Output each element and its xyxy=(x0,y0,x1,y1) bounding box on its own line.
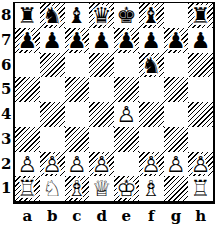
piece-black-knight[interactable]: ♞♞ xyxy=(139,53,164,78)
square-f2[interactable]: ♟♙ xyxy=(139,152,164,177)
board-with-rank-labels: 87654321 ♜♜♞♞♝♝♛♛♚♚♝♝♜♜♟♟♟♟♟♟♟♟♟♟♟♟♟♟♟♟♞… xyxy=(0,2,215,204)
piece-glyph-layer: ♝ xyxy=(65,3,90,28)
piece-white-king[interactable]: ♚♔ xyxy=(114,176,139,201)
piece-white-pawn[interactable]: ♟♙ xyxy=(65,152,90,177)
rank-label-8: 8 xyxy=(0,3,13,28)
square-h2[interactable]: ♟♙ xyxy=(188,152,213,177)
square-h4[interactable] xyxy=(188,102,213,127)
piece-glyph-layer: ♘ xyxy=(40,176,65,201)
square-f6[interactable]: ♞♞ xyxy=(139,53,164,78)
square-e7[interactable]: ♟♟ xyxy=(114,28,139,53)
piece-white-pawn[interactable]: ♟♙ xyxy=(139,152,164,177)
piece-glyph-layer: ♟ xyxy=(114,28,139,53)
square-d8[interactable]: ♛♛ xyxy=(89,3,114,28)
piece-glyph-layer: ♙ xyxy=(40,152,65,177)
square-a8[interactable]: ♜♜ xyxy=(15,3,40,28)
square-b1[interactable]: ♞♘ xyxy=(40,176,65,201)
piece-glyph-layer: ♗ xyxy=(139,176,164,201)
file-label-c: c xyxy=(65,207,90,225)
piece-black-pawn[interactable]: ♟♟ xyxy=(89,28,114,53)
square-b8[interactable]: ♞♞ xyxy=(40,3,65,28)
square-c3[interactable] xyxy=(65,127,90,152)
piece-glyph-layer: ♟ xyxy=(164,28,189,53)
rank-label-5: 5 xyxy=(0,77,13,102)
piece-white-pawn[interactable]: ♟♙ xyxy=(89,152,114,177)
piece-glyph-layer: ♛ xyxy=(89,3,114,28)
square-c4[interactable] xyxy=(65,102,90,127)
piece-glyph-layer: ♙ xyxy=(114,102,139,127)
piece-glyph-layer: ♙ xyxy=(89,152,114,177)
square-b2[interactable]: ♟♙ xyxy=(40,152,65,177)
file-label-h: h xyxy=(188,207,213,225)
square-a1[interactable]: ♜♖ xyxy=(15,176,40,201)
chess-diagram: 87654321 ♜♜♞♞♝♝♛♛♚♚♝♝♜♜♟♟♟♟♟♟♟♟♟♟♟♟♟♟♟♟♞… xyxy=(0,0,223,226)
square-g1[interactable] xyxy=(164,176,189,201)
piece-glyph-layer: ♟ xyxy=(89,28,114,53)
square-e1[interactable]: ♚♔ xyxy=(114,176,139,201)
square-a7[interactable]: ♟♟ xyxy=(15,28,40,53)
square-e4[interactable]: ♟♙ xyxy=(114,102,139,127)
piece-glyph-layer: ♙ xyxy=(188,152,213,177)
square-f3[interactable] xyxy=(139,127,164,152)
square-g4[interactable] xyxy=(164,102,189,127)
square-c5[interactable] xyxy=(65,77,90,102)
square-d7[interactable]: ♟♟ xyxy=(89,28,114,53)
piece-white-bishop[interactable]: ♝♗ xyxy=(139,176,164,201)
piece-glyph-layer: ♗ xyxy=(65,176,90,201)
piece-white-queen[interactable]: ♛♕ xyxy=(89,176,114,201)
square-a4[interactable] xyxy=(15,102,40,127)
piece-glyph-layer: ♟ xyxy=(40,28,65,53)
piece-black-queen[interactable]: ♛♛ xyxy=(89,3,114,28)
square-e8[interactable]: ♚♚ xyxy=(114,3,139,28)
piece-glyph-layer: ♙ xyxy=(65,152,90,177)
piece-black-pawn[interactable]: ♟♟ xyxy=(164,28,189,53)
square-a5[interactable] xyxy=(15,77,40,102)
square-d2[interactable]: ♟♙ xyxy=(89,152,114,177)
piece-glyph-layer: ♜ xyxy=(15,3,40,28)
square-f4[interactable] xyxy=(139,102,164,127)
file-label-b: b xyxy=(40,207,65,225)
rank-label-4: 4 xyxy=(0,102,13,127)
piece-black-pawn[interactable]: ♟♟ xyxy=(40,28,65,53)
square-h1[interactable]: ♜♖ xyxy=(188,176,213,201)
square-f7[interactable]: ♟♟ xyxy=(139,28,164,53)
square-f1[interactable]: ♝♗ xyxy=(139,176,164,201)
piece-black-rook[interactable]: ♜♜ xyxy=(188,3,213,28)
square-h8[interactable]: ♜♜ xyxy=(188,3,213,28)
square-a6[interactable] xyxy=(15,53,40,78)
piece-glyph-layer: ♙ xyxy=(15,152,40,177)
rank-label-7: 7 xyxy=(0,28,13,53)
piece-black-king[interactable]: ♚♚ xyxy=(114,3,139,28)
chess-board: ♜♜♞♞♝♝♛♛♚♚♝♝♜♜♟♟♟♟♟♟♟♟♟♟♟♟♟♟♟♟♞♞♟♙♟♙♟♙♟♙… xyxy=(13,2,215,204)
piece-black-pawn[interactable]: ♟♟ xyxy=(114,28,139,53)
square-e2[interactable] xyxy=(114,152,139,177)
square-c6[interactable] xyxy=(65,53,90,78)
piece-glyph-layer: ♞ xyxy=(40,3,65,28)
square-c1[interactable]: ♝♗ xyxy=(65,176,90,201)
piece-black-pawn[interactable]: ♟♟ xyxy=(65,28,90,53)
piece-white-knight[interactable]: ♞♘ xyxy=(40,176,65,201)
square-h6[interactable] xyxy=(188,53,213,78)
rank-label-1: 1 xyxy=(0,176,13,201)
square-h3[interactable] xyxy=(188,127,213,152)
square-h7[interactable]: ♟♟ xyxy=(188,28,213,53)
square-g8[interactable] xyxy=(164,3,189,28)
rank-label-2: 2 xyxy=(0,152,13,177)
square-e3[interactable] xyxy=(114,127,139,152)
piece-glyph-layer: ♙ xyxy=(164,152,189,177)
piece-glyph-layer: ♔ xyxy=(114,176,139,201)
file-label-g: g xyxy=(164,207,189,225)
square-c8[interactable]: ♝♝ xyxy=(65,3,90,28)
square-g2[interactable]: ♟♙ xyxy=(164,152,189,177)
piece-white-pawn[interactable]: ♟♙ xyxy=(164,152,189,177)
file-label-e: e xyxy=(114,207,139,225)
square-b4[interactable] xyxy=(40,102,65,127)
piece-glyph-layer: ♙ xyxy=(139,152,164,177)
square-b7[interactable]: ♟♟ xyxy=(40,28,65,53)
piece-black-bishop[interactable]: ♝♝ xyxy=(65,3,90,28)
piece-white-bishop[interactable]: ♝♗ xyxy=(65,176,90,201)
piece-black-bishop[interactable]: ♝♝ xyxy=(139,3,164,28)
square-a2[interactable]: ♟♙ xyxy=(15,152,40,177)
square-g5[interactable] xyxy=(164,77,189,102)
file-label-f: f xyxy=(139,207,164,225)
square-d5[interactable] xyxy=(89,77,114,102)
piece-glyph-layer: ♟ xyxy=(15,28,40,53)
square-b5[interactable] xyxy=(40,77,65,102)
square-c2[interactable]: ♟♙ xyxy=(65,152,90,177)
piece-white-pawn[interactable]: ♟♙ xyxy=(15,152,40,177)
square-d1[interactable]: ♛♕ xyxy=(89,176,114,201)
square-f8[interactable]: ♝♝ xyxy=(139,3,164,28)
piece-white-pawn[interactable]: ♟♙ xyxy=(188,152,213,177)
square-e5[interactable] xyxy=(114,77,139,102)
square-e6[interactable] xyxy=(114,53,139,78)
piece-white-rook[interactable]: ♜♖ xyxy=(15,176,40,201)
piece-glyph-layer: ♖ xyxy=(15,176,40,201)
rank-label-6: 6 xyxy=(0,53,13,78)
piece-glyph-layer: ♝ xyxy=(139,3,164,28)
piece-glyph-layer: ♟ xyxy=(188,28,213,53)
piece-white-pawn[interactable]: ♟♙ xyxy=(114,102,139,127)
square-d4[interactable] xyxy=(89,102,114,127)
rank-label-3: 3 xyxy=(0,127,13,152)
rank-labels: 87654321 xyxy=(0,2,13,204)
piece-glyph-layer: ♚ xyxy=(114,3,139,28)
piece-glyph-layer: ♜ xyxy=(188,3,213,28)
piece-black-knight[interactable]: ♞♞ xyxy=(40,3,65,28)
piece-white-pawn[interactable]: ♟♙ xyxy=(40,152,65,177)
piece-black-pawn[interactable]: ♟♟ xyxy=(15,28,40,53)
file-label-d: d xyxy=(89,207,114,225)
square-b6[interactable] xyxy=(40,53,65,78)
square-g6[interactable] xyxy=(164,53,189,78)
piece-black-rook[interactable]: ♜♜ xyxy=(15,3,40,28)
piece-black-pawn[interactable]: ♟♟ xyxy=(188,28,213,53)
file-label-a: a xyxy=(15,207,40,225)
square-g3[interactable] xyxy=(164,127,189,152)
square-b3[interactable] xyxy=(40,127,65,152)
piece-glyph-layer: ♖ xyxy=(188,176,213,201)
square-g7[interactable]: ♟♟ xyxy=(164,28,189,53)
piece-glyph-layer: ♞ xyxy=(139,53,164,78)
piece-glyph-layer: ♟ xyxy=(139,28,164,53)
square-d6[interactable] xyxy=(89,53,114,78)
square-a3[interactable] xyxy=(15,127,40,152)
piece-white-rook[interactable]: ♜♖ xyxy=(188,176,213,201)
piece-glyph-layer: ♕ xyxy=(89,176,114,201)
file-labels: abcdefgh xyxy=(13,207,213,225)
square-c7[interactable]: ♟♟ xyxy=(65,28,90,53)
piece-black-pawn[interactable]: ♟♟ xyxy=(139,28,164,53)
square-h5[interactable] xyxy=(188,77,213,102)
square-f5[interactable] xyxy=(139,77,164,102)
square-d3[interactable] xyxy=(89,127,114,152)
piece-glyph-layer: ♟ xyxy=(65,28,90,53)
